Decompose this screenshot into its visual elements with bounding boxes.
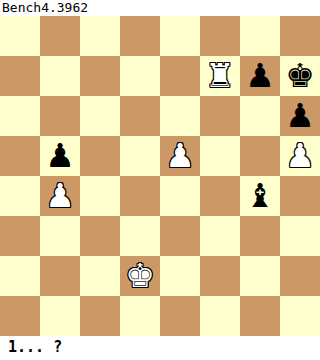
- square-e2[interactable]: [160, 256, 200, 296]
- square-d8[interactable]: [120, 16, 160, 56]
- square-b8[interactable]: [40, 16, 80, 56]
- square-c5[interactable]: [80, 136, 120, 176]
- square-a8[interactable]: [0, 16, 40, 56]
- square-b4[interactable]: ♟: [40, 176, 80, 216]
- square-g7[interactable]: ♟: [240, 56, 280, 96]
- square-b5[interactable]: ♟: [40, 136, 80, 176]
- square-e1[interactable]: [160, 296, 200, 336]
- square-a6[interactable]: [0, 96, 40, 136]
- square-g6[interactable]: [240, 96, 280, 136]
- square-c1[interactable]: [80, 296, 120, 336]
- square-c8[interactable]: [80, 16, 120, 56]
- move-prompt: 1... ?: [0, 336, 320, 360]
- white-pawn: ♟: [45, 176, 75, 216]
- white-pawn: ♟: [165, 136, 195, 176]
- square-h1[interactable]: [280, 296, 320, 336]
- square-h3[interactable]: [280, 216, 320, 256]
- square-g2[interactable]: [240, 256, 280, 296]
- square-c2[interactable]: [80, 256, 120, 296]
- square-d2[interactable]: ♚: [120, 256, 160, 296]
- square-f1[interactable]: [200, 296, 240, 336]
- white-rook: ♜: [205, 56, 235, 96]
- square-f3[interactable]: [200, 216, 240, 256]
- square-h7[interactable]: ♚: [280, 56, 320, 96]
- square-e3[interactable]: [160, 216, 200, 256]
- square-b2[interactable]: [40, 256, 80, 296]
- square-a5[interactable]: [0, 136, 40, 176]
- white-pawn: ♟: [285, 136, 315, 176]
- square-g3[interactable]: [240, 216, 280, 256]
- black-pawn: ♟: [285, 96, 315, 136]
- puzzle-title: Bench4.3962: [0, 0, 320, 16]
- square-a2[interactable]: [0, 256, 40, 296]
- square-c4[interactable]: [80, 176, 120, 216]
- square-a7[interactable]: [0, 56, 40, 96]
- square-a1[interactable]: [0, 296, 40, 336]
- square-h6[interactable]: ♟: [280, 96, 320, 136]
- square-d1[interactable]: [120, 296, 160, 336]
- chess-board: ♜♟♚♟♟♟♟♟♝♚: [0, 16, 320, 336]
- black-bishop: ♝: [245, 176, 275, 216]
- square-f4[interactable]: [200, 176, 240, 216]
- square-b7[interactable]: [40, 56, 80, 96]
- square-e5[interactable]: ♟: [160, 136, 200, 176]
- black-pawn: ♟: [245, 56, 275, 96]
- square-a3[interactable]: [0, 216, 40, 256]
- square-h8[interactable]: [280, 16, 320, 56]
- square-c3[interactable]: [80, 216, 120, 256]
- square-e6[interactable]: [160, 96, 200, 136]
- square-f8[interactable]: [200, 16, 240, 56]
- square-f7[interactable]: ♜: [200, 56, 240, 96]
- square-b6[interactable]: [40, 96, 80, 136]
- square-g5[interactable]: [240, 136, 280, 176]
- square-d3[interactable]: [120, 216, 160, 256]
- square-b3[interactable]: [40, 216, 80, 256]
- square-e8[interactable]: [160, 16, 200, 56]
- square-f2[interactable]: [200, 256, 240, 296]
- square-h4[interactable]: [280, 176, 320, 216]
- square-c7[interactable]: [80, 56, 120, 96]
- square-f6[interactable]: [200, 96, 240, 136]
- square-d7[interactable]: [120, 56, 160, 96]
- square-d5[interactable]: [120, 136, 160, 176]
- square-e7[interactable]: [160, 56, 200, 96]
- square-h2[interactable]: [280, 256, 320, 296]
- square-b1[interactable]: [40, 296, 80, 336]
- square-d4[interactable]: [120, 176, 160, 216]
- square-h5[interactable]: ♟: [280, 136, 320, 176]
- square-g1[interactable]: [240, 296, 280, 336]
- square-f5[interactable]: [200, 136, 240, 176]
- white-king: ♚: [125, 256, 155, 296]
- square-c6[interactable]: [80, 96, 120, 136]
- black-king: ♚: [285, 56, 315, 96]
- black-pawn: ♟: [45, 136, 75, 176]
- square-e4[interactable]: [160, 176, 200, 216]
- square-g8[interactable]: [240, 16, 280, 56]
- square-a4[interactable]: [0, 176, 40, 216]
- square-g4[interactable]: ♝: [240, 176, 280, 216]
- square-d6[interactable]: [120, 96, 160, 136]
